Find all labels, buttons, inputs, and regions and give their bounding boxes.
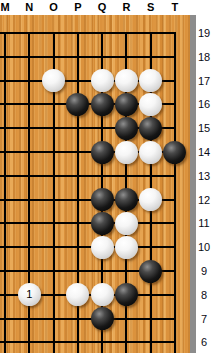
column-label: O	[42, 0, 66, 14]
row-label: 15	[196, 121, 212, 135]
row-label: 12	[196, 193, 212, 207]
grid-line-horizontal	[0, 222, 176, 224]
stone-black	[91, 307, 114, 330]
row-label: 16	[196, 97, 212, 111]
row-label: 17	[196, 74, 212, 88]
column-label: R	[114, 0, 138, 14]
go-diagram: MNOPQRST 1 191817161514131211109876	[0, 0, 212, 353]
stone-black	[91, 141, 114, 164]
row-label: 14	[196, 145, 212, 159]
row-label: 9	[196, 264, 212, 278]
stone-white	[139, 69, 162, 92]
grid-line-horizontal	[0, 32, 176, 34]
stone-white	[115, 212, 138, 235]
stone-white	[91, 236, 114, 259]
grid-line-horizontal	[0, 246, 176, 248]
row-label: 8	[196, 288, 212, 302]
row-label: 6	[196, 335, 212, 349]
stone-white	[115, 69, 138, 92]
board-edge-shadow	[190, 15, 196, 353]
stone-black	[163, 141, 186, 164]
stone-white	[139, 188, 162, 211]
stone-black	[139, 117, 162, 140]
row-label: 13	[196, 169, 212, 183]
grid-line-horizontal	[0, 318, 176, 320]
column-labels: MNOPQRST	[0, 0, 212, 15]
column-label: Q	[90, 0, 114, 14]
grid-line-horizontal	[0, 56, 176, 58]
stone-black	[115, 188, 138, 211]
row-label: 11	[196, 216, 212, 230]
row-label: 7	[196, 312, 212, 326]
stone-white: 1	[18, 283, 41, 306]
grid-line-horizontal	[0, 341, 176, 343]
stone-black	[139, 260, 162, 283]
row-label: 19	[196, 26, 212, 40]
stone-black	[91, 212, 114, 235]
stone-white	[139, 141, 162, 164]
stone-black	[115, 117, 138, 140]
stone-black	[91, 93, 114, 116]
stone-white	[139, 93, 162, 116]
column-label: S	[139, 0, 163, 14]
stone-white	[91, 283, 114, 306]
stone-white	[115, 141, 138, 164]
stone-black	[66, 93, 89, 116]
column-label: P	[66, 0, 90, 14]
row-label: 10	[196, 240, 212, 254]
stone-white	[91, 69, 114, 92]
move-number-label: 1	[18, 283, 41, 306]
go-board[interactable]: 1	[0, 15, 190, 353]
column-label: T	[163, 0, 187, 14]
grid-line-horizontal	[0, 175, 176, 177]
stone-white	[115, 236, 138, 259]
stone-white	[66, 283, 89, 306]
stone-black	[115, 283, 138, 306]
column-label: M	[0, 0, 17, 14]
stone-white	[42, 69, 65, 92]
stone-black	[91, 188, 114, 211]
column-label: N	[17, 0, 41, 14]
row-label: 18	[196, 50, 212, 64]
stone-black	[115, 93, 138, 116]
